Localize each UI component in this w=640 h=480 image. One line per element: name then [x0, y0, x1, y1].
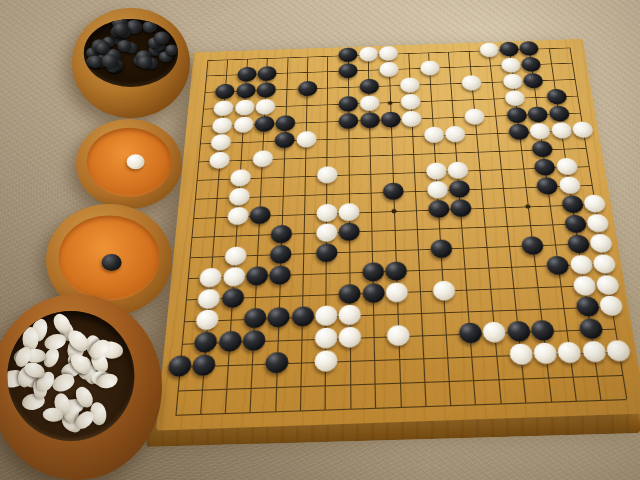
white-stone [558, 176, 581, 194]
black-stone [270, 244, 292, 263]
black-stone [521, 57, 542, 72]
white-stone [209, 152, 231, 169]
white-stone [401, 93, 421, 109]
black-stone [450, 199, 472, 217]
bowl-black-stone [117, 40, 132, 52]
white-stone [461, 75, 482, 91]
white-stone [598, 296, 624, 317]
white-stone [432, 280, 455, 300]
white-stone [255, 98, 275, 114]
white-stone [402, 110, 423, 126]
bowl-black-stone [142, 21, 157, 33]
black-stone [275, 115, 295, 132]
black-stone [339, 222, 360, 241]
black-stone [242, 330, 266, 352]
white-stone [595, 274, 620, 294]
star-point [388, 101, 393, 105]
white-stone [233, 116, 254, 133]
white-stone [586, 214, 610, 233]
white-stone [199, 267, 222, 287]
black-stone [316, 243, 338, 262]
black-stone [236, 83, 256, 99]
white-stone [252, 150, 273, 167]
white-stone [227, 207, 249, 226]
white-stone [423, 127, 444, 144]
white-stone [479, 42, 499, 57]
black-stone [256, 82, 276, 98]
go-grid [175, 48, 626, 415]
black-stone [167, 355, 192, 377]
star-point [391, 209, 396, 213]
black-stone [339, 96, 359, 112]
white-stone [501, 57, 522, 72]
black-stone [192, 354, 217, 376]
white-stone [589, 233, 613, 252]
black-stone-bowl-opening [84, 19, 178, 87]
black-stone [546, 88, 568, 104]
black-stone [561, 195, 585, 213]
black-stone [578, 318, 604, 339]
black-stone [527, 106, 549, 122]
black-stone [385, 261, 407, 281]
white-stone [229, 169, 251, 187]
black-stone [563, 214, 587, 233]
black-stone [249, 206, 271, 225]
white-stone [581, 341, 607, 363]
black-stone [339, 112, 359, 128]
black-stone [430, 239, 453, 258]
white-stone [385, 282, 408, 302]
black-stone [257, 66, 277, 81]
black-stone [269, 265, 291, 285]
white-stone [508, 343, 533, 365]
black-stone [521, 236, 545, 255]
black-stone [530, 320, 555, 341]
white-stone [387, 325, 410, 346]
white-stone [529, 123, 551, 140]
star-point [525, 204, 530, 208]
white-stone [223, 266, 246, 286]
white-stone-bowl-opening [7, 311, 134, 441]
lid-with-captured-white [76, 119, 182, 209]
white-stone [359, 47, 378, 62]
black-stone [271, 225, 293, 244]
white-stone-bowl [0, 294, 162, 480]
white-stone [504, 90, 525, 106]
white-stone [550, 122, 572, 139]
black-stone [428, 200, 450, 218]
white-stone [400, 77, 420, 93]
black-stone [499, 42, 520, 57]
white-stone [296, 131, 316, 148]
black-stone [519, 41, 540, 56]
go-board-surface [156, 39, 640, 431]
black-stone [221, 287, 244, 307]
white-stone [315, 328, 338, 349]
white-stone [317, 166, 338, 184]
black-stone [237, 66, 257, 81]
white-stone [533, 343, 558, 365]
black-stone [267, 307, 290, 328]
white-stone [211, 134, 232, 151]
black-stone [523, 73, 544, 89]
black-stone [536, 177, 559, 195]
white-stone [379, 46, 398, 61]
black-stone [362, 262, 384, 282]
white-stone [557, 342, 583, 364]
black-stone [506, 107, 528, 123]
go-board [156, 39, 640, 431]
black-stone [548, 105, 570, 121]
white-stone [605, 340, 631, 362]
black-stone [339, 63, 358, 78]
white-stone [234, 99, 255, 115]
black-stone [383, 182, 404, 200]
white-stone [583, 194, 607, 212]
black-stone [218, 331, 242, 353]
black-stone-bowl [72, 8, 190, 118]
white-stone [379, 62, 399, 77]
white-stone [464, 108, 485, 124]
black-stone [359, 78, 379, 94]
bowl-black-stone [102, 54, 119, 68]
white-stone [447, 162, 469, 180]
black-stone [215, 83, 235, 99]
white-stone [315, 306, 337, 327]
white-stone [314, 350, 337, 372]
black-stone [254, 115, 275, 132]
black-stone [194, 332, 218, 354]
black-stone [381, 111, 401, 127]
captured-black-stone [102, 254, 122, 271]
white-stone [316, 204, 337, 223]
white-stone [569, 254, 594, 274]
white-stone [212, 117, 233, 134]
captured-white-stone [127, 155, 145, 170]
black-stone [458, 323, 482, 344]
lid-lower-felt [59, 215, 160, 300]
white-stone [224, 246, 247, 265]
white-stone [425, 162, 447, 180]
white-stone [228, 188, 250, 206]
black-stone [246, 266, 269, 286]
black-stone [531, 141, 553, 158]
black-stone [448, 180, 470, 198]
black-stone [362, 283, 384, 303]
black-stone [275, 132, 296, 149]
black-stone [506, 321, 531, 342]
black-stone [508, 124, 530, 141]
bowl-black-stone [96, 42, 110, 54]
black-stone [566, 234, 590, 253]
white-stone [339, 327, 362, 348]
black-stone [534, 159, 557, 177]
white-stone [482, 322, 506, 343]
white-stone [420, 60, 440, 75]
black-stone [243, 308, 266, 329]
white-stone [572, 122, 595, 139]
bowl-black-stone [154, 32, 170, 45]
black-stone [297, 81, 317, 97]
white-stone [316, 223, 337, 242]
white-stone [572, 275, 597, 295]
black-stone [339, 283, 361, 303]
white-stone [339, 305, 361, 326]
lid-upper-felt [87, 128, 172, 196]
black-stone [291, 306, 314, 327]
white-stone [426, 181, 448, 199]
black-stone [339, 47, 358, 62]
black-stone [575, 297, 600, 318]
white-stone [213, 100, 234, 116]
bowl-black-stone [165, 45, 178, 56]
white-stone [445, 126, 466, 143]
go-game-photo [0, 0, 640, 480]
black-stone [360, 112, 380, 128]
white-stone [197, 288, 221, 308]
white-stone [359, 95, 379, 111]
white-stone [502, 73, 523, 89]
white-stone [592, 254, 617, 274]
white-stone [339, 203, 360, 222]
white-stone [555, 158, 578, 176]
white-stone [196, 310, 220, 331]
black-stone [546, 255, 570, 275]
black-stone [265, 352, 289, 374]
